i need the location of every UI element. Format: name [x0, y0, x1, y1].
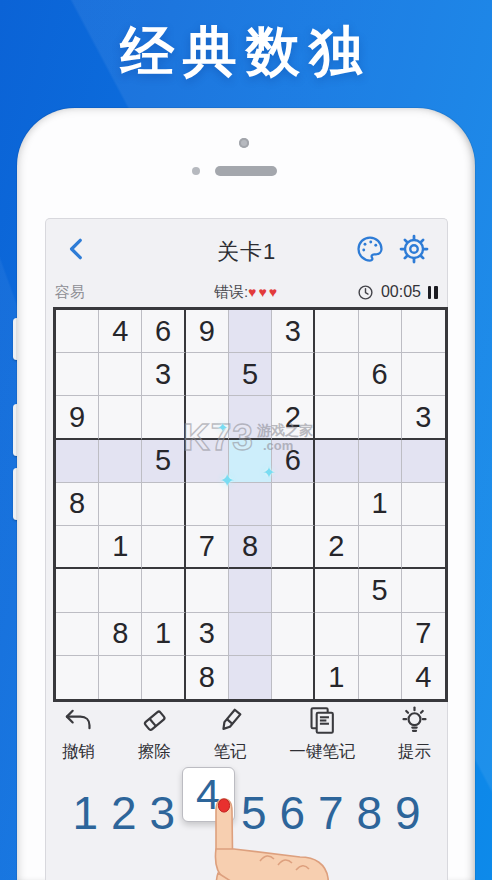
numpad-1[interactable]: 1 [66, 786, 105, 840]
copy-notes-icon [307, 705, 338, 736]
numpad: 123456789 [66, 771, 427, 855]
sensor-dot-icon [192, 167, 200, 175]
cell-r3c3[interactable] [142, 396, 185, 439]
cell-r7c6[interactable] [272, 569, 315, 612]
cell-r7c8[interactable]: 5 [359, 569, 402, 612]
cell-r6c7[interactable]: 2 [315, 526, 358, 569]
cell-r7c2[interactable] [99, 569, 142, 612]
cell-r5c8[interactable]: 1 [359, 483, 402, 526]
cell-r7c4[interactable] [186, 569, 229, 612]
cell-r6c6[interactable] [272, 526, 315, 569]
cell-r3c6[interactable]: 2 [272, 396, 315, 439]
undo-icon [63, 705, 94, 736]
notes-button[interactable]: 笔记 [214, 705, 247, 775]
cell-r4c8[interactable] [359, 440, 402, 483]
cell-r5c4[interactable] [186, 483, 229, 526]
app-bar: 关卡1 [56, 227, 437, 273]
auto-notes-button[interactable]: 一键笔记 [289, 705, 355, 775]
sudoku-board: 46933569235681178258137814 [53, 307, 448, 702]
numpad-7[interactable]: 7 [312, 786, 351, 840]
hint-button[interactable]: 提示 [398, 705, 431, 775]
phone-mockup: 关卡1 容易 错误:♥♥♥ [17, 108, 475, 880]
cell-r6c2[interactable]: 1 [99, 526, 142, 569]
tool-label: 撤销 [62, 741, 95, 763]
tool-label: 一键笔记 [289, 741, 355, 763]
cell-r7c1[interactable] [56, 569, 99, 612]
difficulty-label: 容易 [55, 283, 178, 302]
page-title: 经典数独 [0, 16, 492, 89]
theme-palette-icon[interactable] [355, 234, 385, 264]
numpad-4[interactable]: 4 [182, 767, 235, 822]
cell-r1c6[interactable]: 3 [272, 310, 315, 353]
cell-r9c5[interactable] [229, 656, 272, 699]
toolbar: 撤销 擦除 笔记 [62, 705, 431, 775]
cell-r5c3[interactable] [142, 483, 185, 526]
erase-button[interactable]: 擦除 [138, 705, 171, 775]
cell-r8c5[interactable] [229, 613, 272, 656]
numpad-3[interactable]: 3 [143, 786, 182, 840]
numpad-2[interactable]: 2 [105, 786, 144, 840]
cell-r9c3[interactable] [142, 656, 185, 699]
cell-r8c2[interactable]: 8 [99, 613, 142, 656]
cell-r2c4[interactable] [186, 353, 229, 396]
cell-r8c7[interactable] [315, 613, 358, 656]
camera-icon [239, 138, 249, 148]
pause-button[interactable] [428, 286, 438, 299]
cell-r1c9[interactable] [402, 310, 445, 353]
cell-r9c9[interactable]: 4 [402, 656, 445, 699]
cell-r2c1[interactable] [56, 353, 99, 396]
cell-r8c3[interactable]: 1 [142, 613, 185, 656]
cell-r1c4[interactable]: 9 [186, 310, 229, 353]
cell-r2c7[interactable] [315, 353, 358, 396]
cell-r8c4[interactable]: 3 [186, 613, 229, 656]
cell-r1c7[interactable] [315, 310, 358, 353]
cell-r7c7[interactable] [315, 569, 358, 612]
cell-r1c3[interactable]: 6 [142, 310, 185, 353]
bulb-icon [399, 705, 430, 736]
cell-r6c4[interactable]: 7 [186, 526, 229, 569]
cell-r8c8[interactable] [359, 613, 402, 656]
cell-r4c3[interactable]: 5 [142, 440, 185, 483]
app-screen: 关卡1 容易 错误:♥♥♥ [45, 218, 448, 880]
cell-r4c7[interactable] [315, 440, 358, 483]
cell-r2c3[interactable]: 3 [142, 353, 185, 396]
cell-r1c2[interactable]: 4 [99, 310, 142, 353]
cell-r8c6[interactable] [272, 613, 315, 656]
cell-r6c1[interactable] [56, 526, 99, 569]
cell-r3c1[interactable]: 9 [56, 396, 99, 439]
pencil-icon [215, 705, 246, 736]
cell-r4c1[interactable] [56, 440, 99, 483]
cell-r3c4[interactable] [186, 396, 229, 439]
cell-r1c1[interactable] [56, 310, 99, 353]
numpad-9[interactable]: 9 [389, 786, 428, 840]
cell-r4c6[interactable]: 6 [272, 440, 315, 483]
cell-r2c8[interactable]: 6 [359, 353, 402, 396]
cell-r7c5[interactable] [229, 569, 272, 612]
undo-button[interactable]: 撤销 [62, 705, 95, 775]
cell-r2c9[interactable] [402, 353, 445, 396]
cell-r8c9[interactable]: 7 [402, 613, 445, 656]
cell-r2c2[interactable] [99, 353, 142, 396]
cell-r6c5[interactable]: 8 [229, 526, 272, 569]
cell-r3c7[interactable] [315, 396, 358, 439]
cell-r7c9[interactable] [402, 569, 445, 612]
cell-r4c9[interactable] [402, 440, 445, 483]
status-bar: 容易 错误:♥♥♥ 00:05 [55, 281, 438, 303]
settings-gear-icon[interactable] [399, 234, 429, 264]
cell-r1c5[interactable] [229, 310, 272, 353]
cell-r2c5[interactable]: 5 [229, 353, 272, 396]
numpad-8[interactable]: 8 [350, 786, 389, 840]
cell-r9c6[interactable] [272, 656, 315, 699]
cell-r5c7[interactable] [315, 483, 358, 526]
cell-r5c2[interactable] [99, 483, 142, 526]
cell-r9c8[interactable] [359, 656, 402, 699]
cell-r6c9[interactable] [402, 526, 445, 569]
cell-r5c9[interactable] [402, 483, 445, 526]
cell-r7c3[interactable] [142, 569, 185, 612]
cell-r6c8[interactable] [359, 526, 402, 569]
errors-counter: 错误:♥♥♥ [178, 283, 316, 302]
clock-icon [357, 284, 374, 301]
cell-r9c1[interactable] [56, 656, 99, 699]
cell-r4c4[interactable] [186, 440, 229, 483]
numpad-5[interactable]: 5 [235, 786, 274, 840]
cell-r3c2[interactable] [99, 396, 142, 439]
cell-r9c4[interactable]: 8 [186, 656, 229, 699]
cell-r5c6[interactable] [272, 483, 315, 526]
cell-r3c9[interactable]: 3 [402, 396, 445, 439]
cell-r1c8[interactable] [359, 310, 402, 353]
tool-label: 笔记 [214, 741, 247, 763]
cell-r3c5[interactable] [229, 396, 272, 439]
tool-label: 擦除 [138, 741, 171, 763]
cell-r3c8[interactable] [359, 396, 402, 439]
cell-r8c1[interactable] [56, 613, 99, 656]
lives-hearts: ♥♥♥ [248, 284, 279, 300]
timer-value: 00:05 [381, 283, 421, 301]
cell-r4c5[interactable] [229, 440, 272, 483]
cell-r4c2[interactable] [99, 440, 142, 483]
speaker-slot [215, 166, 277, 176]
numpad-6[interactable]: 6 [273, 786, 312, 840]
tool-label: 提示 [398, 741, 431, 763]
cell-r2c6[interactable] [272, 353, 315, 396]
cell-r5c1[interactable]: 8 [56, 483, 99, 526]
cell-r5c5[interactable] [229, 483, 272, 526]
cell-r9c2[interactable] [99, 656, 142, 699]
cell-r6c3[interactable] [142, 526, 185, 569]
eraser-icon [139, 705, 170, 736]
errors-label: 错误: [214, 283, 248, 300]
cell-r9c7[interactable]: 1 [315, 656, 358, 699]
